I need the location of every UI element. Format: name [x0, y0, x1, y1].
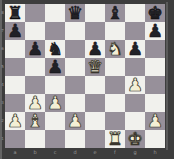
square-f5[interactable] — [105, 58, 125, 76]
square-e8[interactable] — [85, 4, 105, 22]
square-g1[interactable]: ♚ — [125, 130, 145, 148]
square-h2[interactable]: ♟ — [145, 112, 165, 130]
rank-label-7: 7 — [0, 29, 5, 33]
square-d6[interactable] — [65, 40, 85, 58]
file-label-d: d — [65, 150, 85, 155]
square-e6[interactable]: ♟ — [85, 40, 105, 58]
rank-label-6: 6 — [0, 47, 5, 51]
piece-white-pawn: ♟ — [27, 94, 43, 112]
piece-black-pawn: ♟ — [127, 40, 143, 58]
square-h7[interactable]: ♟ — [145, 22, 165, 40]
square-f2[interactable] — [105, 112, 125, 130]
board-frame: ♜♛♝♚♟♟♟♞♟♞♟♟♛♟♟♟♟♝♟♟♜♚ 87654321abcdefgh — [0, 0, 174, 159]
piece-white-pawn: ♟ — [47, 94, 63, 112]
piece-white-rook: ♜ — [107, 130, 123, 148]
square-c3[interactable]: ♟ — [45, 94, 65, 112]
rank-label-4: 4 — [0, 83, 5, 87]
square-f3[interactable] — [105, 94, 125, 112]
square-b3[interactable]: ♟ — [25, 94, 45, 112]
square-b4[interactable] — [25, 76, 45, 94]
square-g5[interactable] — [125, 58, 145, 76]
square-c2[interactable] — [45, 112, 65, 130]
square-h8[interactable]: ♚ — [145, 4, 165, 22]
square-g3[interactable] — [125, 94, 145, 112]
piece-white-pawn: ♟ — [147, 112, 163, 130]
square-a1[interactable] — [5, 130, 25, 148]
square-e3[interactable] — [85, 94, 105, 112]
square-g8[interactable] — [125, 4, 145, 22]
square-c4[interactable] — [45, 76, 65, 94]
square-d5[interactable] — [65, 58, 85, 76]
square-b6[interactable]: ♟ — [25, 40, 45, 58]
file-label-e: e — [85, 150, 105, 155]
square-g4[interactable]: ♟ — [125, 76, 145, 94]
rank-label-5: 5 — [0, 65, 5, 69]
piece-white-bishop: ♝ — [27, 112, 43, 130]
square-d1[interactable] — [65, 130, 85, 148]
square-b2[interactable]: ♝ — [25, 112, 45, 130]
piece-white-king: ♚ — [127, 130, 143, 148]
square-a5[interactable] — [5, 58, 25, 76]
square-e5[interactable]: ♛ — [85, 58, 105, 76]
square-h6[interactable] — [145, 40, 165, 58]
file-label-h: h — [145, 150, 165, 155]
piece-black-pawn: ♟ — [87, 40, 103, 58]
piece-black-pawn: ♟ — [147, 22, 163, 40]
square-c8[interactable] — [45, 4, 65, 22]
piece-black-queen: ♛ — [67, 4, 83, 22]
square-c7[interactable] — [45, 22, 65, 40]
square-e2[interactable] — [85, 112, 105, 130]
piece-black-knight: ♞ — [47, 40, 63, 58]
square-d2[interactable]: ♟ — [65, 112, 85, 130]
square-b1[interactable] — [25, 130, 45, 148]
square-f6[interactable]: ♞ — [105, 40, 125, 58]
square-a2[interactable]: ♟ — [5, 112, 25, 130]
square-d4[interactable] — [65, 76, 85, 94]
piece-white-pawn: ♟ — [7, 112, 23, 130]
piece-black-pawn: ♟ — [7, 22, 23, 40]
square-h1[interactable] — [145, 130, 165, 148]
square-a3[interactable] — [5, 94, 25, 112]
square-b7[interactable] — [25, 22, 45, 40]
square-f7[interactable] — [105, 22, 125, 40]
file-label-c: c — [45, 150, 65, 155]
square-c1[interactable] — [45, 130, 65, 148]
piece-black-pawn: ♟ — [47, 58, 63, 76]
square-g6[interactable]: ♟ — [125, 40, 145, 58]
square-f8[interactable]: ♝ — [105, 4, 125, 22]
square-e1[interactable] — [85, 130, 105, 148]
rank-label-3: 3 — [0, 101, 5, 105]
square-a6[interactable] — [5, 40, 25, 58]
square-d8[interactable]: ♛ — [65, 4, 85, 22]
piece-black-bishop: ♝ — [107, 4, 123, 22]
piece-white-knight: ♞ — [107, 40, 123, 58]
file-label-g: g — [125, 150, 145, 155]
square-d3[interactable] — [65, 94, 85, 112]
square-d7[interactable] — [65, 22, 85, 40]
square-b8[interactable] — [25, 4, 45, 22]
square-c6[interactable]: ♞ — [45, 40, 65, 58]
file-label-f: f — [105, 150, 125, 155]
square-a8[interactable]: ♜ — [5, 4, 25, 22]
square-a4[interactable] — [5, 76, 25, 94]
piece-black-king: ♚ — [147, 4, 163, 22]
board-right-seam — [166, 2, 168, 150]
rank-label-1: 1 — [0, 137, 5, 141]
piece-black-rook: ♜ — [7, 4, 23, 22]
square-h4[interactable] — [145, 76, 165, 94]
square-a7[interactable]: ♟ — [5, 22, 25, 40]
piece-white-pawn: ♟ — [67, 112, 83, 130]
square-c5[interactable]: ♟ — [45, 58, 65, 76]
square-h5[interactable] — [145, 58, 165, 76]
square-h3[interactable] — [145, 94, 165, 112]
piece-black-pawn: ♟ — [27, 40, 43, 58]
rank-label-8: 8 — [0, 11, 5, 15]
square-e4[interactable] — [85, 76, 105, 94]
square-e7[interactable] — [85, 22, 105, 40]
rank-label-2: 2 — [0, 119, 5, 123]
file-label-b: b — [25, 150, 45, 155]
file-label-a: a — [5, 150, 25, 155]
chess-board: ♜♛♝♚♟♟♟♞♟♞♟♟♛♟♟♟♟♝♟♟♜♚ — [5, 4, 165, 148]
square-f4[interactable] — [105, 76, 125, 94]
square-f1[interactable]: ♜ — [105, 130, 125, 148]
square-b5[interactable] — [25, 58, 45, 76]
piece-white-queen: ♛ — [87, 58, 103, 76]
square-g7[interactable] — [125, 22, 145, 40]
piece-white-pawn: ♟ — [127, 76, 143, 94]
square-g2[interactable] — [125, 112, 145, 130]
